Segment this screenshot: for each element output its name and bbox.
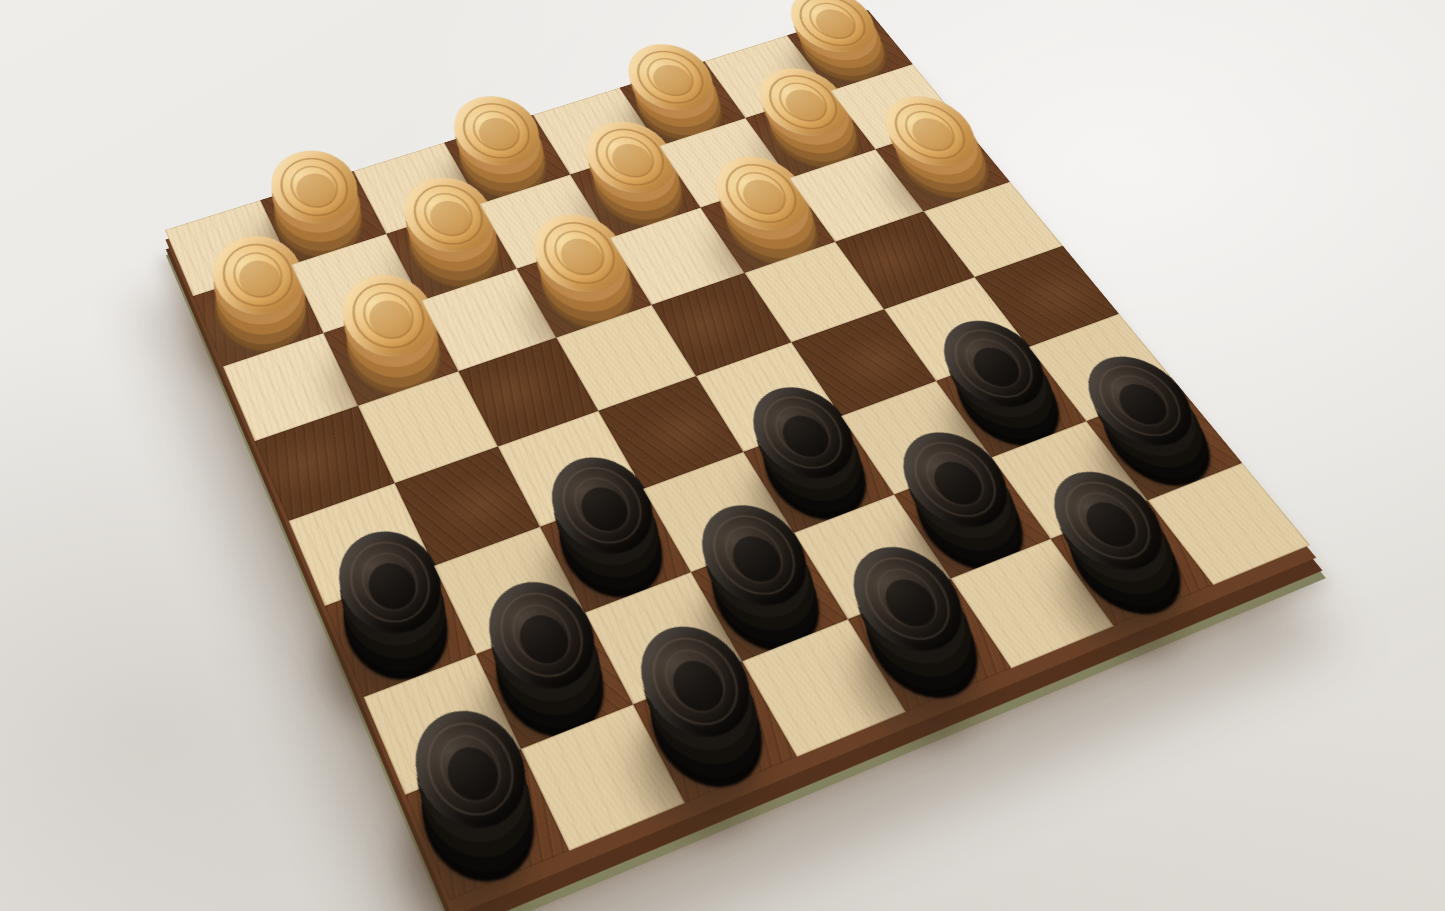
checker-disc-glyph: ● (545, 224, 613, 282)
checker-disc-glyph: ● (564, 469, 640, 541)
checker-disc-glyph: ● (865, 560, 950, 638)
checker-disc-glyph: ● (654, 640, 737, 722)
checker-disc-glyph: ● (638, 52, 702, 102)
checker-disc-glyph: ● (355, 285, 422, 346)
light-checker-d8[interactable]: ● (440, 87, 554, 176)
light-checker-b8[interactable]: ● (258, 141, 371, 234)
checker-disc-glyph: ● (954, 331, 1032, 395)
checker-disc-glyph: ● (1099, 367, 1181, 434)
checker-disc-glyph: ● (430, 725, 512, 813)
checker-disc-glyph: ● (502, 595, 581, 674)
checker-disc-glyph: ● (465, 105, 529, 157)
checker-disc-glyph: ● (770, 77, 837, 128)
checker-disc-glyph: ● (714, 517, 794, 592)
checker-disc-glyph: ● (353, 544, 428, 620)
checker-disc-glyph: ● (283, 160, 345, 215)
checker-disc-glyph: ● (597, 130, 663, 184)
checker-disc-glyph: ● (800, 0, 865, 45)
checker-disc-glyph: ● (764, 398, 841, 466)
checker-disc-glyph: ● (727, 166, 796, 221)
checker-disc-glyph: ● (1065, 484, 1150, 557)
checker-disc-glyph: ● (226, 246, 290, 305)
checker-disc-glyph: ● (914, 444, 996, 515)
cloth-background: ●●●●●●●●●●●●●●●●●●●●●●●● (0, 0, 1445, 911)
checkers-board: ●●●●●●●●●●●●●●●●●●●●●●●● (165, 10, 1310, 900)
checker-disc-glyph: ● (416, 187, 481, 243)
checker-disc-glyph: ● (895, 105, 965, 157)
